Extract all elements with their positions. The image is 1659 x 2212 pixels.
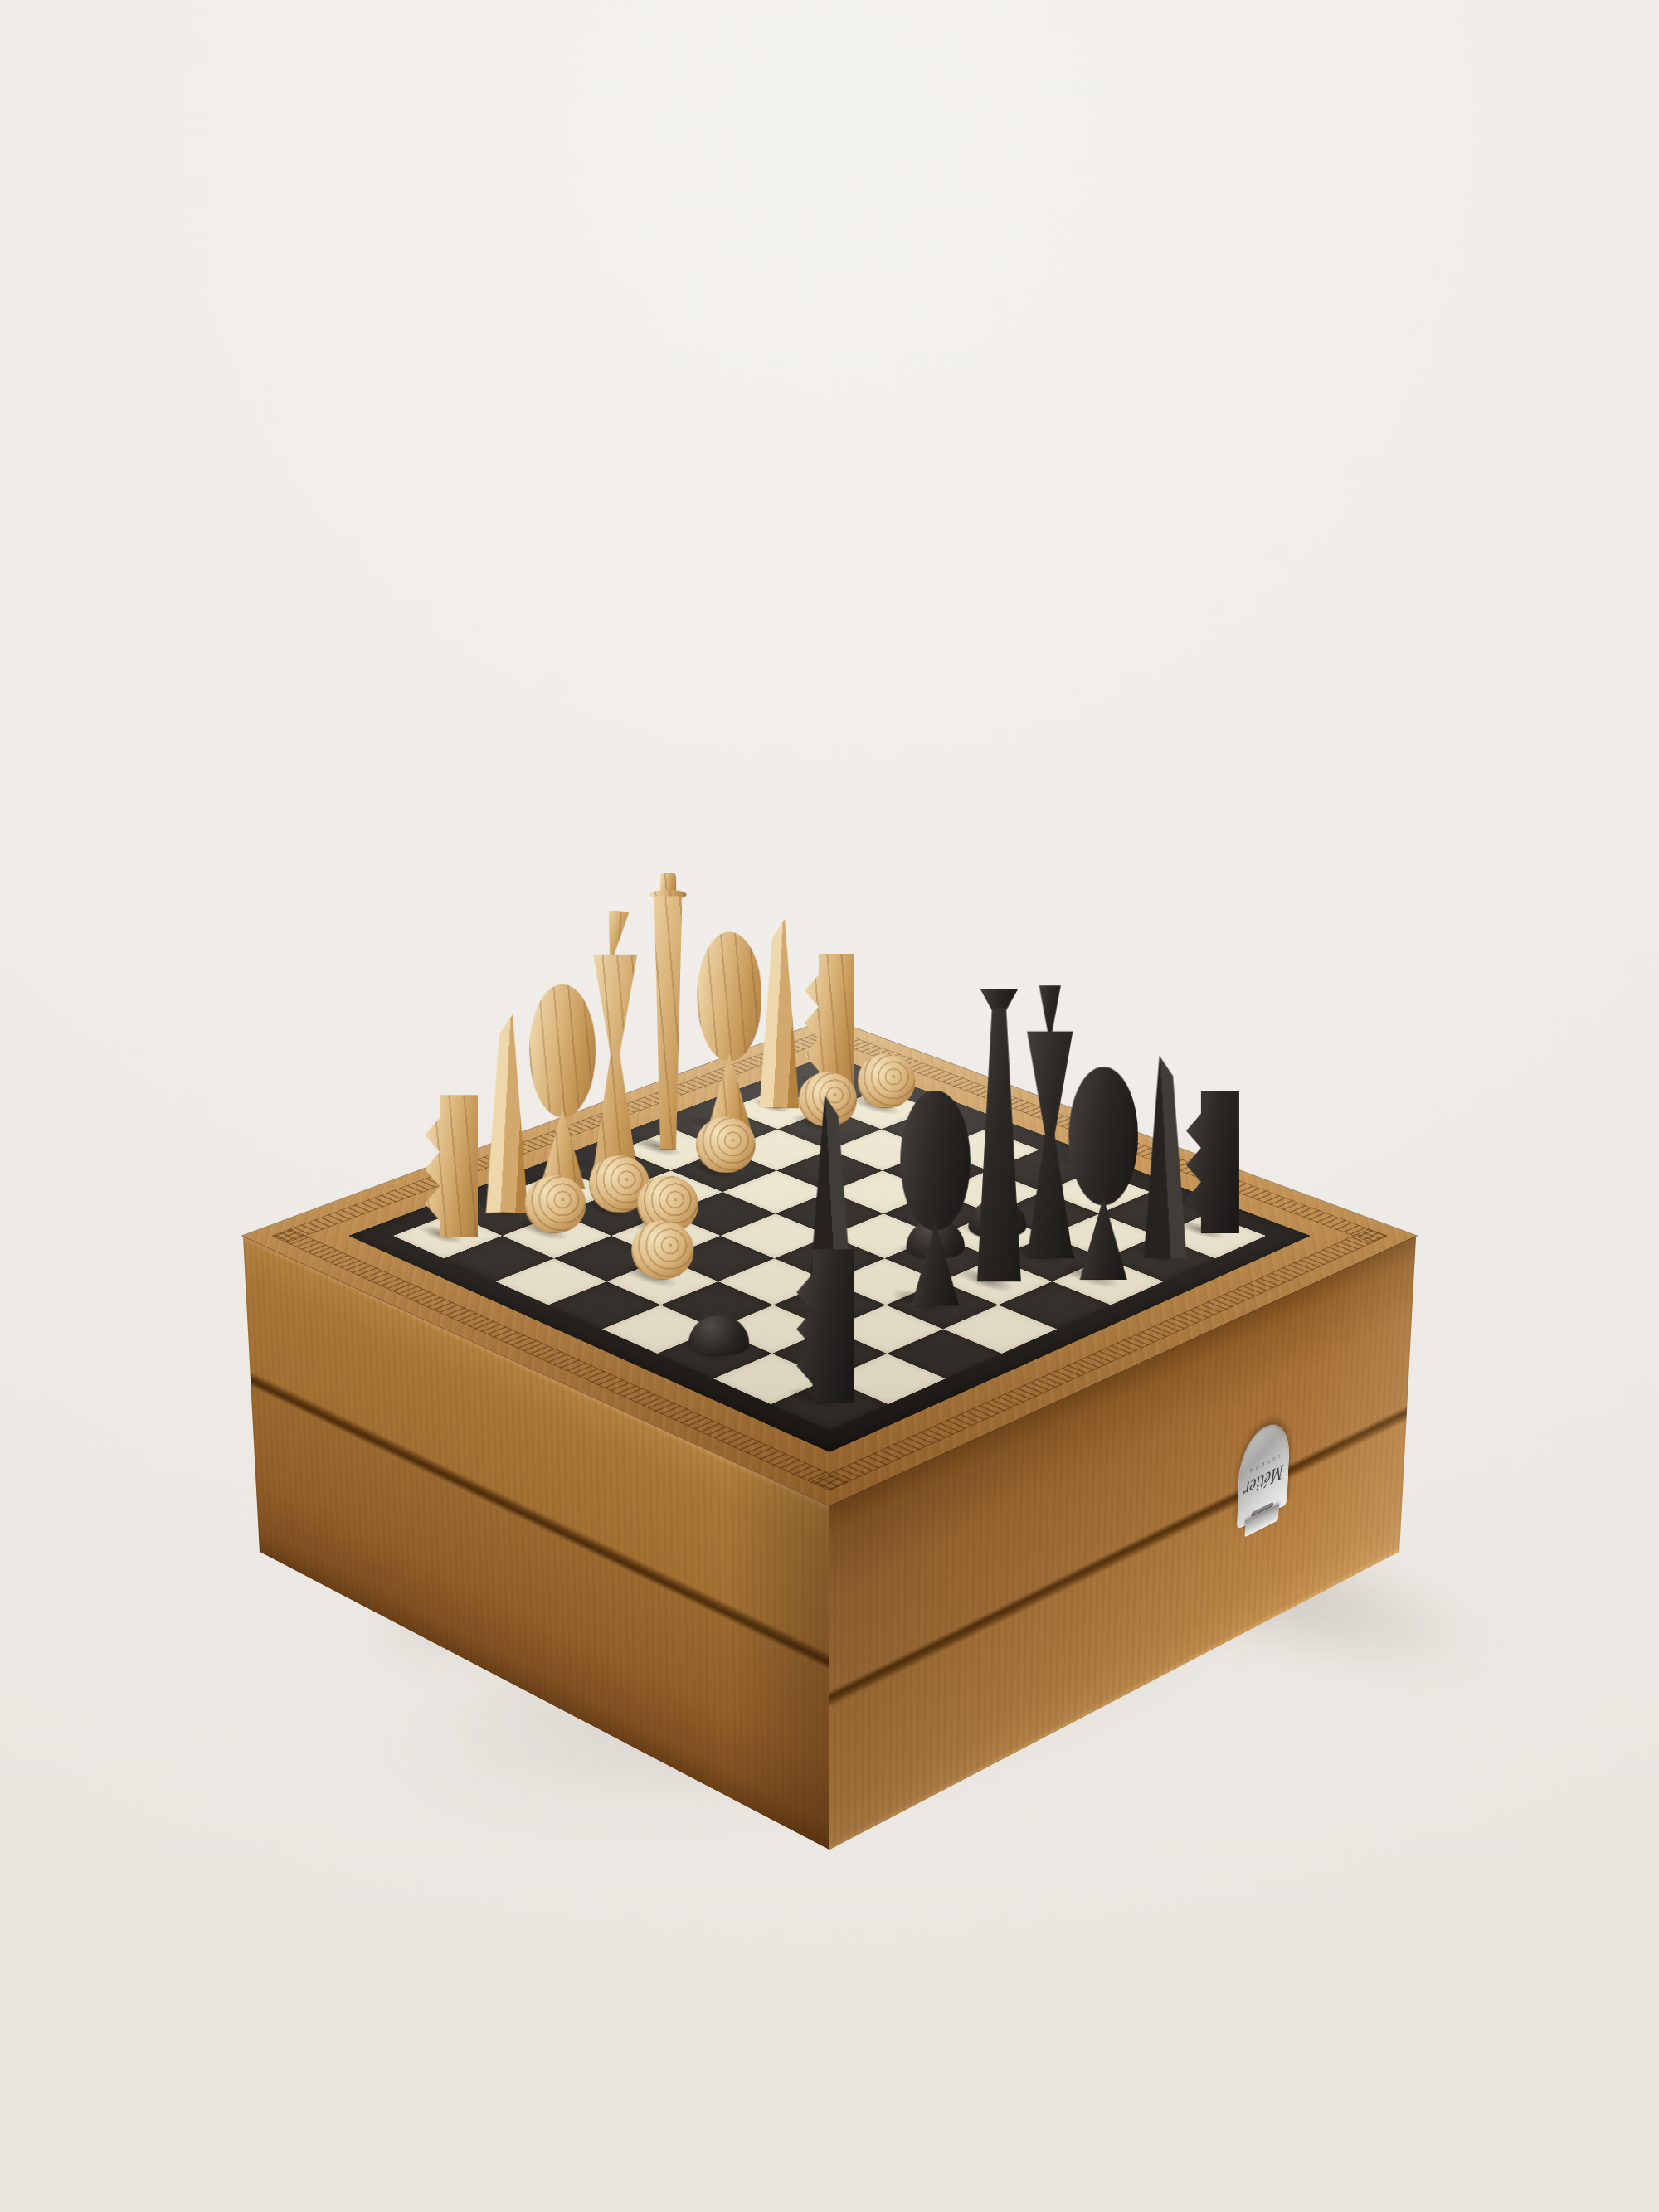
piece-black-knight[interactable] [1140, 1056, 1189, 1258]
piece-shape [901, 1091, 971, 1231]
square-r7c3[interactable] [548, 1281, 661, 1329]
piece-shape [688, 1315, 750, 1355]
chess-box: Métier LONDON [243, 1018, 1416, 1505]
piece-white-pawn[interactable] [631, 1221, 693, 1280]
piece-black-king[interactable] [966, 989, 1031, 1285]
piece-shape [1068, 1067, 1138, 1205]
piece-shape [912, 1222, 960, 1305]
piece-shape [1140, 1056, 1189, 1258]
piece-shape [425, 1095, 478, 1237]
piece-shape [597, 908, 633, 959]
piece-white-rook[interactable] [425, 1095, 478, 1237]
piece-shape [631, 1221, 693, 1280]
piece-shape [796, 1249, 854, 1403]
piece-shape [1035, 985, 1065, 1034]
scene: Métier LONDON [0, 0, 1659, 2212]
piece-shape [697, 931, 761, 1061]
square-r7c2[interactable] [495, 1258, 606, 1305]
piece-shape [1080, 1197, 1127, 1280]
piece-black-bishop[interactable] [1068, 1067, 1138, 1280]
piece-shape [966, 1008, 1031, 1284]
piece-shape [979, 989, 1019, 1012]
square-r5c7[interactable] [887, 1329, 1001, 1378]
piece-shape [529, 984, 596, 1118]
piece-black-pawn[interactable] [688, 1315, 750, 1355]
clasp: Métier LONDON [1237, 1415, 1291, 1530]
product-photo-canvas: { "game": "chess", "scene_type": "produc… [0, 0, 1659, 2212]
piece-black-bishop[interactable] [901, 1091, 971, 1306]
piece-black-rook[interactable] [796, 1249, 854, 1403]
